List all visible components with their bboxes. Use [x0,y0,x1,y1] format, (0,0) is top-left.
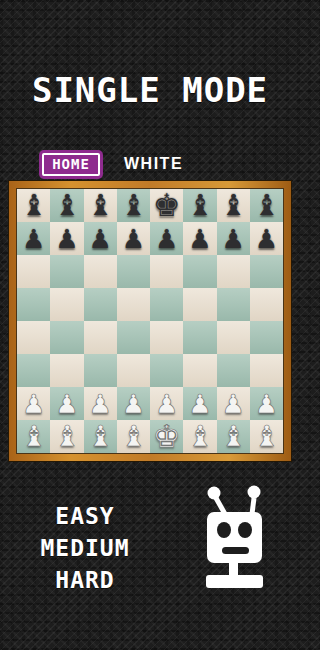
board-square[interactable]: ♟ [150,387,183,420]
board-square[interactable]: ♟ [17,222,50,255]
board-square[interactable] [50,288,83,321]
black-king[interactable]: ♚ [153,190,181,221]
board-square[interactable] [84,321,117,354]
board-square[interactable] [50,255,83,288]
black-bishop[interactable]: ♝ [253,191,279,220]
board-square[interactable]: ♟ [217,222,250,255]
board-square[interactable]: ♟ [150,222,183,255]
board-square[interactable] [150,288,183,321]
chess-board-frame: ♝♝♝♝♚♝♝♝♟♟♟♟♟♟♟♟♟♟♟♟♟♟♟♟♝♝♝♝♚♝♝♝ [8,180,292,462]
single-mode-screen: { "game": "chess", "position": "bbbbkbbb… [0,0,300,650]
difficulty-hard[interactable]: HARD [10,564,160,596]
white-king[interactable]: ♚ [153,421,181,452]
board-square[interactable] [250,288,283,321]
board-square[interactable] [84,288,117,321]
black-pawn[interactable]: ♟ [88,226,111,252]
board-square[interactable]: ♚ [150,420,183,453]
board-square[interactable] [217,255,250,288]
white-bishop[interactable]: ♝ [187,422,213,451]
board-square[interactable] [17,354,50,387]
board-square[interactable]: ♟ [117,222,150,255]
white-pawn[interactable]: ♟ [188,391,211,417]
board-square[interactable]: ♝ [84,189,117,222]
black-bishop[interactable]: ♝ [54,191,80,220]
page-title: SINGLE MODE [0,72,300,108]
board-square[interactable] [150,354,183,387]
difficulty-medium[interactable]: MEDIUM [10,532,160,564]
board-square[interactable]: ♝ [183,189,216,222]
white-pawn[interactable]: ♟ [155,391,178,417]
board-square[interactable]: ♝ [217,420,250,453]
black-bishop[interactable]: ♝ [120,191,146,220]
black-pawn[interactable]: ♟ [188,226,211,252]
white-pawn[interactable]: ♟ [255,391,278,417]
board-square[interactable]: ♟ [183,222,216,255]
board-square[interactable] [250,321,283,354]
board-square[interactable] [217,354,250,387]
board-square[interactable] [17,255,50,288]
board-square[interactable]: ♟ [50,222,83,255]
board-square[interactable] [183,288,216,321]
black-pawn[interactable]: ♟ [55,226,78,252]
board-square[interactable] [183,255,216,288]
black-bishop[interactable]: ♝ [21,191,47,220]
board-square[interactable] [117,321,150,354]
turn-indicator: WHITE [124,154,183,173]
board-square[interactable] [183,321,216,354]
board-square[interactable] [150,255,183,288]
board-square[interactable]: ♝ [250,420,283,453]
board-square[interactable] [17,321,50,354]
white-pawn[interactable]: ♟ [221,391,244,417]
white-bishop[interactable]: ♝ [220,422,246,451]
board-square[interactable] [50,354,83,387]
black-pawn[interactable]: ♟ [122,226,145,252]
board-square[interactable]: ♝ [250,189,283,222]
black-bishop[interactable]: ♝ [220,191,246,220]
white-pawn[interactable]: ♟ [55,391,78,417]
white-bishop[interactable]: ♝ [253,422,279,451]
board-square[interactable]: ♚ [150,189,183,222]
board-square[interactable] [117,288,150,321]
board-square[interactable]: ♝ [50,189,83,222]
white-pawn[interactable]: ♟ [122,391,145,417]
black-pawn[interactable]: ♟ [22,226,45,252]
board-square[interactable]: ♝ [50,420,83,453]
white-pawn[interactable]: ♟ [88,391,111,417]
white-bishop[interactable]: ♝ [21,422,47,451]
white-bishop[interactable]: ♝ [120,422,146,451]
board-square[interactable] [217,288,250,321]
board-square[interactable]: ♟ [183,387,216,420]
board-square[interactable]: ♝ [117,189,150,222]
board-square[interactable] [250,354,283,387]
black-pawn[interactable]: ♟ [255,226,278,252]
black-pawn[interactable]: ♟ [155,226,178,252]
board-square[interactable] [117,354,150,387]
board-square[interactable] [50,321,83,354]
white-pawn[interactable]: ♟ [22,391,45,417]
board-square[interactable] [250,255,283,288]
board-square[interactable] [117,255,150,288]
board-square[interactable]: ♟ [250,387,283,420]
chess-board[interactable]: ♝♝♝♝♚♝♝♝♟♟♟♟♟♟♟♟♟♟♟♟♟♟♟♟♝♝♝♝♚♝♝♝ [16,188,284,454]
board-square[interactable] [17,288,50,321]
white-bishop[interactable]: ♝ [87,422,113,451]
board-square[interactable]: ♝ [117,420,150,453]
board-square[interactable] [84,255,117,288]
board-square[interactable]: ♟ [84,387,117,420]
board-square[interactable] [183,354,216,387]
board-square[interactable]: ♝ [17,189,50,222]
difficulty-menu: EASY MEDIUM HARD [10,500,160,596]
board-square[interactable] [84,354,117,387]
board-square[interactable] [217,321,250,354]
board-square[interactable]: ♟ [117,387,150,420]
board-square[interactable]: ♝ [84,420,117,453]
board-square[interactable]: ♟ [17,387,50,420]
black-bishop[interactable]: ♝ [87,191,113,220]
black-pawn[interactable]: ♟ [221,226,244,252]
black-bishop[interactable]: ♝ [187,191,213,220]
difficulty-easy[interactable]: EASY [10,500,160,532]
board-square[interactable] [150,321,183,354]
home-button[interactable]: HOME [42,153,100,176]
white-bishop[interactable]: ♝ [54,422,80,451]
board-square[interactable]: ♟ [84,222,117,255]
robot-icon [202,483,266,588]
board-square[interactable]: ♝ [183,420,216,453]
board-square[interactable]: ♝ [17,420,50,453]
board-square[interactable]: ♟ [217,387,250,420]
board-square[interactable]: ♝ [217,189,250,222]
board-square[interactable]: ♟ [250,222,283,255]
board-square[interactable]: ♟ [50,387,83,420]
